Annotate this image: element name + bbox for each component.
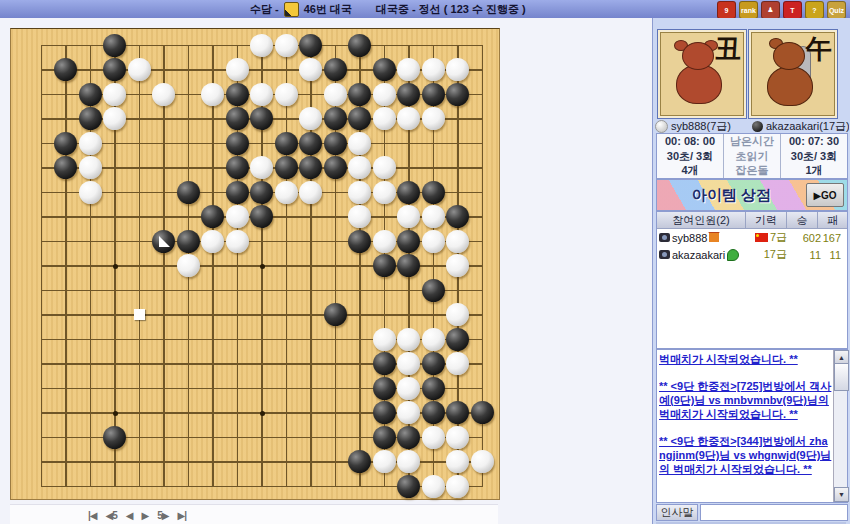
participant-losses: 11 (821, 249, 847, 261)
go-board[interactable] (10, 28, 500, 500)
black-stone (54, 132, 77, 155)
chat-message: 벅매치가 시작되었습니다. ** (659, 352, 832, 366)
nav-button[interactable]: |◀ (88, 510, 97, 521)
white-stone (446, 352, 469, 375)
nav-button[interactable]: ▶| (177, 510, 186, 521)
black-stone (299, 132, 322, 155)
black-stone (397, 181, 420, 204)
white-stone (422, 328, 445, 351)
white-stone (422, 58, 445, 81)
black-stone (422, 401, 445, 424)
nav-button[interactable]: ◀5 (106, 510, 117, 521)
app-window: 수담 - 46번 대국 대국중 - 정선 ( 123 수 진행중 ) 9rank… (0, 0, 850, 524)
black-stone-icon (752, 121, 763, 132)
black-captured: 1개 (781, 164, 847, 177)
chat-message: ** <9단 한중전>[725]번방에서 객사예(9단)님 vs mnbvmnb… (659, 379, 832, 421)
zodiac-ox-character: 丑 (715, 32, 741, 67)
title-bar: 수담 - 46번 대국 대국중 - 정선 ( 123 수 진행중 ) 9rank… (0, 0, 850, 18)
black-stone (177, 230, 200, 253)
white-stone (128, 58, 151, 81)
black-stone (373, 426, 396, 449)
black-stone (103, 426, 126, 449)
white-stone (226, 205, 249, 228)
nav-button[interactable]: ▶ (141, 510, 148, 521)
white-stone (397, 377, 420, 400)
white-stone (397, 328, 420, 351)
chat-panel[interactable]: 벅매치가 시작되었습니다. **** <9단 한중전>[725]번방에서 객사예… (656, 349, 848, 503)
white-stone (422, 107, 445, 130)
participant-wins: 11 (791, 249, 821, 261)
participants-header: 참여인원(2) 기력 승 패 (657, 212, 847, 229)
black-stone (373, 352, 396, 375)
white-stone (299, 58, 322, 81)
sidebar: 丑 午 syb888(7급) akazaakari(17급) 00: 08: 0… (652, 18, 850, 524)
nav-buttons: |◀◀5◀▶5▶▶| (88, 510, 186, 521)
black-stone (373, 58, 396, 81)
participant-rank: 17급 (764, 247, 787, 262)
black-stone (226, 83, 249, 106)
white-stone (250, 83, 273, 106)
timer-labels: 남은시간 초읽기 잡은돌 (723, 134, 781, 178)
black-stone (397, 475, 420, 498)
white-stone (201, 230, 224, 253)
hint-bulb-icon[interactable]: ? (805, 1, 824, 19)
white-stone (299, 181, 322, 204)
chat-gap (659, 421, 832, 434)
black-stone (446, 328, 469, 351)
black-stone (79, 107, 102, 130)
window-title: 수담 - 46번 대국 대국중 - 정선 ( 123 수 진행중 ) (250, 2, 526, 17)
white-stone (446, 475, 469, 498)
black-player-avatar: 午 (748, 29, 838, 119)
white-stone (397, 58, 420, 81)
white-time: 00: 08: 00 (657, 135, 723, 148)
black-stone (397, 254, 420, 277)
white-stone (275, 181, 298, 204)
white-stone (373, 328, 396, 351)
black-stone (79, 83, 102, 106)
white-stone (397, 450, 420, 473)
participant-wins: 602 (791, 232, 821, 244)
star-point (113, 411, 118, 416)
participant-losses: 167 (821, 232, 847, 244)
black-stone (226, 132, 249, 155)
house-icon (709, 233, 719, 242)
quiz-mail-icon[interactable]: Quiz (827, 1, 846, 19)
white-stone (397, 401, 420, 424)
player-name-row: syb888(7급) akazaakari(17급) (655, 119, 849, 133)
black-stone (324, 58, 347, 81)
item-shop-banner[interactable]: 아이템 상점 ▶GO (656, 179, 848, 211)
black-stone (103, 34, 126, 57)
scroll-down-icon[interactable]: ▼ (834, 487, 849, 502)
chat-message: ** <9단 한중전>[344]번방에서 zhangjinm(9단)님 vs w… (659, 434, 832, 476)
white-stone (373, 230, 396, 253)
white-stone (446, 58, 469, 81)
shop-go-button[interactable]: ▶GO (806, 183, 844, 207)
black-stone (348, 83, 371, 106)
black-stone (446, 83, 469, 106)
clover-icon (727, 249, 739, 261)
white-stone (446, 450, 469, 473)
black-stone (54, 156, 77, 179)
room-badge-icon (284, 2, 299, 17)
white-stone (348, 205, 371, 228)
white-stone (324, 83, 347, 106)
black-stone (397, 230, 420, 253)
white-timer: 00: 08: 00 30초/ 3회 4개 (657, 134, 723, 178)
chat-messages: 벅매치가 시작되었습니다. **** <9단 한중전>[725]번방에서 객사예… (659, 352, 832, 500)
black-stone (324, 303, 347, 326)
black-stone (348, 450, 371, 473)
referee-icon[interactable]: ♟ (761, 1, 780, 19)
black-stone (275, 156, 298, 179)
white-stone (226, 58, 249, 81)
black-stone (226, 181, 249, 204)
participants-panel: 참여인원(2) 기력 승 패 syb8887급602167akazaakari1… (656, 211, 848, 349)
move-navigation-bar: |◀◀5◀▶5▶▶| (10, 504, 498, 524)
greeting-label: 인사말 (656, 504, 698, 521)
participant-name: akazaakari (672, 249, 725, 261)
nav-button[interactable]: ◀ (126, 510, 133, 521)
white-stone (152, 83, 175, 106)
black-stone (373, 377, 396, 400)
white-stone (446, 426, 469, 449)
black-stone (299, 156, 322, 179)
participants-rows: syb8887급602167akazaakari17급1111 (657, 229, 847, 263)
black-stone (54, 58, 77, 81)
member-icon (659, 250, 670, 259)
white-stone-icon (655, 120, 668, 133)
black-stone (226, 107, 249, 130)
white-stone (397, 205, 420, 228)
white-stone (250, 156, 273, 179)
zodiac-horse-character: 午 (806, 32, 832, 67)
white-stone (373, 107, 396, 130)
white-stone (103, 107, 126, 130)
black-stone (422, 83, 445, 106)
black-stone (373, 401, 396, 424)
white-stone (397, 352, 420, 375)
white-stone (201, 83, 224, 106)
black-stone (324, 107, 347, 130)
white-stone (275, 83, 298, 106)
black-stone (226, 156, 249, 179)
black-stone (373, 254, 396, 277)
item-shop-label: 아이템 상점 (657, 186, 806, 205)
white-stone (422, 230, 445, 253)
black-stone (275, 132, 298, 155)
black-stone (348, 34, 371, 57)
white-stone (422, 426, 445, 449)
timer-panel: 00: 08: 00 30초/ 3회 4개 남은시간 초읽기 잡은돌 00: 0… (656, 133, 848, 179)
greeting-input[interactable] (700, 504, 848, 521)
chat-gap (659, 366, 832, 379)
white-stone (446, 230, 469, 253)
black-player-name: akazaakari(17급) (752, 119, 849, 133)
white-stone (397, 107, 420, 130)
scrollbar-thumb[interactable] (834, 363, 849, 391)
white-stone (79, 132, 102, 155)
black-stone (422, 181, 445, 204)
white-stone (299, 107, 322, 130)
star-point (260, 264, 265, 269)
star-point (113, 264, 118, 269)
black-stone (422, 279, 445, 302)
member-icon (659, 233, 670, 242)
white-stone (275, 34, 298, 57)
black-time: 00: 07: 30 (781, 135, 847, 148)
white-stone (422, 205, 445, 228)
white-stone (348, 156, 371, 179)
black-stone (471, 401, 494, 424)
white-stone (250, 34, 273, 57)
white-stone (446, 254, 469, 277)
white-player-avatar: 丑 (657, 29, 747, 119)
white-stone (79, 156, 102, 179)
nav-button[interactable]: 5▶ (157, 510, 168, 521)
participant-rank: 7급 (770, 230, 787, 245)
game-status: 대국중 - 정선 ( 123 수 진행중 ) (376, 2, 526, 17)
china-flag-icon (755, 233, 768, 242)
black-stone (299, 34, 322, 57)
white-stone (177, 254, 200, 277)
star-point (260, 411, 265, 416)
black-stone (103, 58, 126, 81)
black-timer: 00: 07: 30 30초/ 3회 1개 (781, 134, 847, 178)
white-stone (226, 230, 249, 253)
white-stone (373, 181, 396, 204)
white-stone (103, 83, 126, 106)
black-byoyomi: 30초/ 3회 (781, 150, 847, 163)
rank-icon[interactable]: rank (739, 1, 758, 19)
white-stone (471, 450, 494, 473)
white-stone (348, 132, 371, 155)
black-stone (422, 352, 445, 375)
white-captured: 4개 (657, 164, 723, 177)
white-stone (373, 450, 396, 473)
t-badge-icon[interactable]: T (783, 1, 802, 19)
square-marker (134, 309, 145, 320)
triangle-marker (159, 236, 170, 247)
black-stone (250, 181, 273, 204)
participant-name: syb888 (672, 232, 707, 244)
black-stone (446, 205, 469, 228)
participant-row[interactable]: akazaakari17급1111 (657, 246, 847, 263)
white-stone (422, 475, 445, 498)
dan-badge-icon[interactable]: 9 (717, 1, 736, 19)
black-stone (250, 107, 273, 130)
room-name: 46번 대국 (304, 2, 352, 17)
greeting-row: 인사말 (656, 504, 846, 521)
black-stone (348, 107, 371, 130)
black-stone (177, 181, 200, 204)
participant-row[interactable]: syb8887급602167 (657, 229, 847, 246)
black-stone (397, 426, 420, 449)
white-stone (373, 83, 396, 106)
titlebar-icon-tray: 9rank♟T?Quiz (717, 1, 846, 19)
board-grid (41, 45, 483, 487)
white-byoyomi: 30초/ 3회 (657, 150, 723, 163)
app-name: 수담 - (250, 2, 279, 17)
black-stone (422, 377, 445, 400)
black-stone (250, 205, 273, 228)
white-stone (79, 181, 102, 204)
black-stone (324, 132, 347, 155)
white-stone (373, 156, 396, 179)
black-stone (397, 83, 420, 106)
black-stone (324, 156, 347, 179)
black-stone (348, 230, 371, 253)
white-player-name: syb888(7급) (655, 119, 752, 133)
white-stone (348, 181, 371, 204)
chat-scrollbar[interactable]: ▲ ▼ (833, 350, 847, 502)
white-stone (446, 303, 469, 326)
black-stone (446, 401, 469, 424)
black-stone (201, 205, 224, 228)
